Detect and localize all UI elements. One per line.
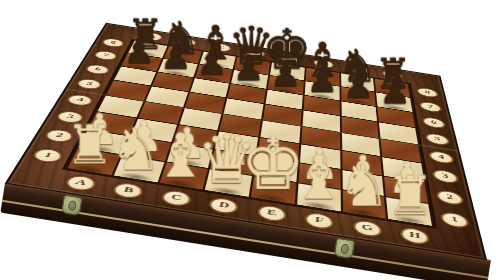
coordinate-label-c-bottom: C <box>159 189 193 208</box>
coordinate-label-8-right: 8 <box>416 86 440 98</box>
scene: ABCDEFGH ABCDEFGH 87654321 87654321 ♜♞♝♛… <box>0 0 500 280</box>
piece-black-pawn-c7[interactable]: ♟ <box>196 45 228 80</box>
coordinate-label-3-right: 3 <box>431 168 460 185</box>
square-g1[interactable]: ♞ <box>342 190 386 218</box>
coordinate-label-d-bottom: D <box>207 196 239 215</box>
coordinate-label-1-right: 1 <box>439 211 470 230</box>
square-h5[interactable] <box>379 123 418 145</box>
piece-white-knight-g1[interactable]: ♞ <box>338 157 390 215</box>
coordinate-label-4-right: 4 <box>428 150 456 165</box>
square-f1[interactable]: ♝ <box>297 183 341 211</box>
piece-black-pawn-e7[interactable]: ♟ <box>269 56 301 91</box>
piece-black-pawn-g7[interactable]: ♟ <box>343 68 375 103</box>
piece-black-pawn-f7[interactable]: ♟ <box>306 62 338 97</box>
coordinate-label-6-right: 6 <box>421 116 447 130</box>
coordinate-label-2-right: 2 <box>435 189 465 207</box>
playing-field: ♜♞♝♛♚♝♞♜♟♟♟♟♟♟♟♟♟♟♟♟♟♟♟♟♜♞♝♛♚♝♞♜ <box>62 39 437 229</box>
coordinate-label-6-left: 6 <box>83 63 112 76</box>
square-g5[interactable] <box>341 117 378 139</box>
piece-black-pawn-h7[interactable]: ♟ <box>379 74 411 109</box>
square-h1[interactable]: ♜ <box>386 197 432 225</box>
coordinate-label-1-left: 1 <box>30 147 66 164</box>
piece-white-rook-a1[interactable]: ♜ <box>65 118 113 172</box>
brass-latch-left <box>61 194 83 216</box>
piece-black-pawn-a7[interactable]: ♟ <box>123 33 155 68</box>
piece-white-rook-h1[interactable]: ♜ <box>386 169 434 223</box>
piece-black-pawn-b7[interactable]: ♟ <box>160 39 192 74</box>
coordinate-label-7-left: 7 <box>92 50 119 62</box>
coordinate-label-g-bottom: G <box>352 219 382 239</box>
brass-latch-right <box>334 238 356 260</box>
square-e1[interactable]: ♚ <box>251 177 296 205</box>
coordinate-label-e-bottom: E <box>256 204 287 224</box>
coordinate-label-5-right: 5 <box>424 132 451 147</box>
piece-black-pawn-d7[interactable]: ♟ <box>233 50 265 85</box>
coordinate-label-5-left: 5 <box>74 78 104 91</box>
coordinate-label-f-bottom: F <box>304 211 334 231</box>
coordinate-label-7-right: 7 <box>418 101 443 114</box>
coordinate-label-h-bottom: H <box>399 226 431 246</box>
coordinate-label-b-bottom: B <box>111 181 146 200</box>
coordinate-label-a-bottom: A <box>62 174 98 193</box>
